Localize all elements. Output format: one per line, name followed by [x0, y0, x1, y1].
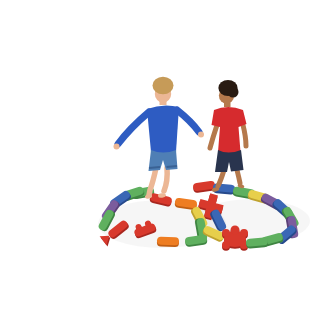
product-photo	[0, 0, 333, 333]
path-piece-red-pod	[193, 181, 216, 194]
boy-blue-back-leg	[149, 168, 156, 195]
boy-blue-hair	[153, 77, 174, 95]
boy-blue-left-hand	[114, 144, 120, 150]
boy-red-back-arm	[243, 125, 246, 146]
boy-red-shorts	[215, 150, 244, 172]
path-piece-orange-pod	[157, 237, 179, 248]
boy-blue-shirt	[147, 105, 179, 154]
path-piece-green-pod	[246, 237, 269, 249]
boy-blue-right-hand	[198, 132, 204, 138]
boy-blue-left-arm	[118, 112, 149, 144]
boy-red-hair-back	[228, 87, 239, 98]
boy-blue-right-arm	[177, 110, 199, 132]
child-boy-blue	[114, 77, 205, 200]
boy-blue-front-leg	[164, 168, 167, 191]
boy-red-back-leg	[237, 170, 240, 183]
boy-red-front-leg	[218, 170, 224, 186]
scene-illustration	[0, 0, 333, 333]
path-piece-red-bear	[222, 226, 248, 251]
child-boy-red	[210, 80, 247, 192]
boy-red-front-arm	[210, 125, 217, 148]
